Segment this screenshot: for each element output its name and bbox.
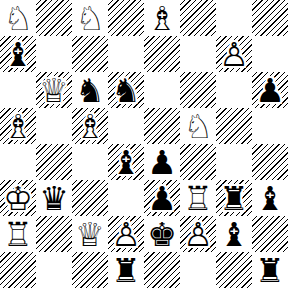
square-h3[interactable]: ♝♝ xyxy=(252,180,288,216)
square-g4[interactable] xyxy=(216,144,252,180)
piece-black-rook: ♜♜ xyxy=(252,252,288,288)
square-f4[interactable] xyxy=(180,144,216,180)
piece-glyph: ♛ xyxy=(36,180,72,216)
piece-glyph: ♜ xyxy=(216,180,252,216)
square-h2[interactable] xyxy=(252,216,288,252)
piece-black-pawn: ♟♟ xyxy=(252,72,288,108)
piece-glyph: ♕ xyxy=(36,72,72,108)
square-a6[interactable] xyxy=(0,72,36,108)
piece-glyph: ♞ xyxy=(108,72,144,108)
square-a2[interactable]: ♜♖ xyxy=(0,216,36,252)
square-a7[interactable]: ♝♝ xyxy=(0,36,36,72)
square-a8[interactable]: ♞♘ xyxy=(0,0,36,36)
square-b5[interactable] xyxy=(36,108,72,144)
square-e6[interactable] xyxy=(144,72,180,108)
square-b6[interactable]: ♛♕ xyxy=(36,72,72,108)
piece-black-bishop: ♝♝ xyxy=(252,180,288,216)
piece-white-knight: ♞♘ xyxy=(0,0,36,36)
piece-black-bishop: ♝♝ xyxy=(0,36,36,72)
piece-white-pawn: ♟♙ xyxy=(216,36,252,72)
square-g1[interactable] xyxy=(216,252,252,288)
square-c8[interactable]: ♞♘ xyxy=(72,0,108,36)
piece-glyph: ♜ xyxy=(108,252,144,288)
piece-glyph: ♘ xyxy=(180,108,216,144)
square-d4[interactable]: ♝♝ xyxy=(108,144,144,180)
square-f1[interactable] xyxy=(180,252,216,288)
piece-white-knight: ♞♘ xyxy=(180,108,216,144)
piece-glyph: ♝ xyxy=(108,144,144,180)
piece-white-rook: ♜♖ xyxy=(0,216,36,252)
piece-glyph: ♘ xyxy=(72,0,108,36)
piece-black-bishop: ♝♝ xyxy=(216,216,252,252)
square-g8[interactable] xyxy=(216,0,252,36)
piece-glyph: ♗ xyxy=(144,0,180,36)
square-g6[interactable] xyxy=(216,72,252,108)
square-c2[interactable]: ♛♕ xyxy=(72,216,108,252)
piece-glyph: ♚ xyxy=(144,216,180,252)
square-h7[interactable] xyxy=(252,36,288,72)
square-a5[interactable]: ♝♗ xyxy=(0,108,36,144)
square-b2[interactable] xyxy=(36,216,72,252)
square-e3[interactable]: ♟♟ xyxy=(144,180,180,216)
square-f3[interactable]: ♜♖ xyxy=(180,180,216,216)
square-c3[interactable] xyxy=(72,180,108,216)
square-g2[interactable]: ♝♝ xyxy=(216,216,252,252)
square-b3[interactable]: ♛♛ xyxy=(36,180,72,216)
square-b4[interactable] xyxy=(36,144,72,180)
square-d8[interactable] xyxy=(108,0,144,36)
square-c7[interactable] xyxy=(72,36,108,72)
square-f5[interactable]: ♞♘ xyxy=(180,108,216,144)
piece-white-bishop: ♝♗ xyxy=(144,0,180,36)
piece-black-rook: ♜♜ xyxy=(108,252,144,288)
piece-white-knight: ♞♘ xyxy=(72,0,108,36)
square-c5[interactable]: ♝♗ xyxy=(72,108,108,144)
square-b1[interactable] xyxy=(36,252,72,288)
piece-black-bishop: ♝♝ xyxy=(108,144,144,180)
piece-black-knight: ♞♞ xyxy=(108,72,144,108)
piece-white-pawn: ♟♙ xyxy=(108,216,144,252)
piece-white-queen: ♛♕ xyxy=(36,72,72,108)
piece-white-bishop: ♝♗ xyxy=(0,108,36,144)
piece-glyph: ♔ xyxy=(0,180,36,216)
piece-white-bishop: ♝♗ xyxy=(72,108,108,144)
square-c1[interactable] xyxy=(72,252,108,288)
square-h5[interactable] xyxy=(252,108,288,144)
piece-black-rook: ♜♜ xyxy=(216,180,252,216)
piece-black-king: ♚♚ xyxy=(144,216,180,252)
piece-glyph: ♖ xyxy=(180,180,216,216)
square-e5[interactable] xyxy=(144,108,180,144)
piece-white-queen: ♛♕ xyxy=(72,216,108,252)
piece-glyph: ♜ xyxy=(252,252,288,288)
square-f2[interactable]: ♟♙ xyxy=(180,216,216,252)
piece-glyph: ♙ xyxy=(108,216,144,252)
square-g5[interactable] xyxy=(216,108,252,144)
square-d3[interactable] xyxy=(108,180,144,216)
square-d6[interactable]: ♞♞ xyxy=(108,72,144,108)
square-f6[interactable] xyxy=(180,72,216,108)
piece-glyph: ♟ xyxy=(252,72,288,108)
square-g3[interactable]: ♜♜ xyxy=(216,180,252,216)
square-e1[interactable] xyxy=(144,252,180,288)
square-f7[interactable] xyxy=(180,36,216,72)
piece-black-knight: ♞♞ xyxy=(72,72,108,108)
square-c6[interactable]: ♞♞ xyxy=(72,72,108,108)
piece-glyph: ♟ xyxy=(144,144,180,180)
square-a3[interactable]: ♚♔ xyxy=(0,180,36,216)
piece-black-pawn: ♟♟ xyxy=(144,180,180,216)
square-d2[interactable]: ♟♙ xyxy=(108,216,144,252)
piece-glyph: ♕ xyxy=(72,216,108,252)
square-d1[interactable]: ♜♜ xyxy=(108,252,144,288)
square-e7[interactable] xyxy=(144,36,180,72)
piece-glyph: ♝ xyxy=(0,36,36,72)
piece-glyph: ♞ xyxy=(72,72,108,108)
piece-glyph: ♙ xyxy=(180,216,216,252)
square-h8[interactable] xyxy=(252,0,288,36)
square-h4[interactable] xyxy=(252,144,288,180)
piece-black-queen: ♛♛ xyxy=(36,180,72,216)
square-a1[interactable] xyxy=(0,252,36,288)
square-b8[interactable] xyxy=(36,0,72,36)
square-d5[interactable] xyxy=(108,108,144,144)
square-c4[interactable] xyxy=(72,144,108,180)
piece-glyph: ♙ xyxy=(216,36,252,72)
piece-white-king: ♚♔ xyxy=(0,180,36,216)
square-d7[interactable] xyxy=(108,36,144,72)
square-f8[interactable] xyxy=(180,0,216,36)
piece-white-pawn: ♟♙ xyxy=(180,216,216,252)
piece-glyph: ♗ xyxy=(0,108,36,144)
chess-board: ♞♘♞♘♝♗♝♝♟♙♛♕♞♞♞♞♟♟♝♗♝♗♞♘♝♝♟♟♚♔♛♛♟♟♜♖♜♜♝♝… xyxy=(0,0,288,288)
square-e4[interactable]: ♟♟ xyxy=(144,144,180,180)
piece-black-pawn: ♟♟ xyxy=(144,144,180,180)
piece-glyph: ♝ xyxy=(252,180,288,216)
square-g7[interactable]: ♟♙ xyxy=(216,36,252,72)
piece-white-rook: ♜♖ xyxy=(180,180,216,216)
square-e8[interactable]: ♝♗ xyxy=(144,0,180,36)
piece-glyph: ♟ xyxy=(144,180,180,216)
square-h1[interactable]: ♜♜ xyxy=(252,252,288,288)
piece-glyph: ♗ xyxy=(72,108,108,144)
square-h6[interactable]: ♟♟ xyxy=(252,72,288,108)
piece-glyph: ♝ xyxy=(216,216,252,252)
square-e2[interactable]: ♚♚ xyxy=(144,216,180,252)
square-a4[interactable] xyxy=(0,144,36,180)
piece-glyph: ♘ xyxy=(0,0,36,36)
square-b7[interactable] xyxy=(36,36,72,72)
piece-glyph: ♖ xyxy=(0,216,36,252)
